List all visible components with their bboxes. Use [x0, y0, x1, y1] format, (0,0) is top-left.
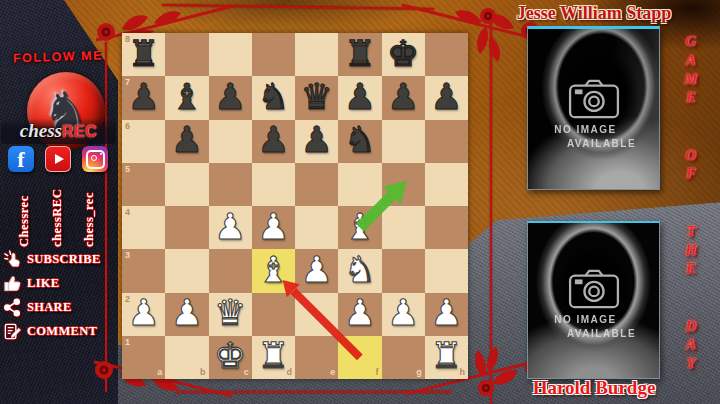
- white-pawn-g2[interactable]: ♟: [382, 292, 425, 335]
- player-name-top: Jesse William Stapp: [488, 3, 700, 24]
- click-hand-icon: [3, 250, 22, 269]
- black-knight-f6[interactable]: ♞: [338, 119, 381, 162]
- square-c4[interactable]: ♟: [209, 206, 252, 249]
- black-pawn-b6[interactable]: ♟: [165, 119, 208, 162]
- square-d4[interactable]: ♟: [252, 206, 295, 249]
- square-d7[interactable]: ♞: [252, 76, 295, 119]
- white-king-c1[interactable]: ♚: [209, 335, 252, 378]
- white-pawn-h2[interactable]: ♟: [425, 292, 468, 335]
- caption-letter: F: [686, 166, 696, 182]
- white-rook-d1[interactable]: ♜: [252, 335, 295, 378]
- chess-board: 8♜♜♚7♟♝♟♞♛♟♟♟6♟♟♟♞54♟♟♝3♝♟♞2♟♟♛♟♟♟1abc♚d…: [122, 33, 468, 379]
- instagram-icon[interactable]: [82, 146, 108, 172]
- cta-list: SUBSCRIBE LIKE SHARE: [3, 250, 101, 341]
- black-bishop-b7[interactable]: ♝: [165, 75, 208, 118]
- white-bishop-d3[interactable]: ♝: [252, 248, 295, 291]
- square-e7[interactable]: ♛: [295, 76, 338, 119]
- square-a5[interactable]: 5: [122, 163, 165, 206]
- wordmark-rec: REC: [62, 123, 97, 140]
- square-b2[interactable]: ♟: [165, 293, 208, 336]
- square-g5[interactable]: [382, 163, 425, 206]
- no-image-text: NO IMAGE: [554, 124, 617, 135]
- black-pawn-e6[interactable]: ♟: [295, 119, 338, 162]
- white-rook-h1[interactable]: ♜: [425, 335, 468, 378]
- caption-letter: M: [684, 72, 697, 88]
- square-e1[interactable]: e: [295, 336, 338, 379]
- square-c1[interactable]: c♚: [209, 336, 252, 379]
- facebook-handle: Chessrec: [17, 173, 32, 247]
- wordmark-chess: chess: [20, 120, 62, 141]
- square-f4[interactable]: ♝: [338, 206, 381, 249]
- caption-letter: D: [686, 319, 697, 335]
- caption-word: THE: [685, 224, 697, 277]
- square-d2[interactable]: [252, 293, 295, 336]
- square-g2[interactable]: ♟: [382, 293, 425, 336]
- square-f1[interactable]: f: [338, 336, 381, 379]
- caption-word: DAY: [686, 319, 697, 372]
- rank-label: 3: [125, 251, 130, 260]
- square-g6[interactable]: [382, 120, 425, 163]
- square-e5[interactable]: [295, 163, 338, 206]
- square-a2[interactable]: 2♟: [122, 293, 165, 336]
- square-a1[interactable]: 1a: [122, 336, 165, 379]
- facebook-icon[interactable]: f: [8, 146, 34, 172]
- no-image-text: AVAILABLE: [567, 138, 636, 149]
- square-h1[interactable]: h♜: [425, 336, 468, 379]
- square-c3[interactable]: [209, 249, 252, 292]
- instagram-handle: chess_rec: [82, 173, 97, 247]
- square-d5[interactable]: [252, 163, 295, 206]
- game-of-the-day-caption: GAMEOFTHEDAY: [677, 34, 705, 372]
- black-pawn-h7[interactable]: ♟: [425, 75, 468, 118]
- rank-label: 5: [125, 165, 130, 174]
- square-h7[interactable]: ♟: [425, 76, 468, 119]
- caption-letter: A: [686, 53, 696, 69]
- square-b5[interactable]: [165, 163, 208, 206]
- black-pawn-d6[interactable]: ♟: [252, 119, 295, 162]
- square-h3[interactable]: [425, 249, 468, 292]
- square-h4[interactable]: [425, 206, 468, 249]
- caption-letter: A: [686, 337, 696, 353]
- white-pawn-a2[interactable]: ♟: [122, 292, 165, 335]
- square-b6[interactable]: ♟: [165, 120, 208, 163]
- black-pawn-a7[interactable]: ♟: [122, 75, 165, 118]
- black-rook-a8[interactable]: ♜: [122, 32, 165, 75]
- camera-icon: [567, 77, 621, 121]
- square-d6[interactable]: ♟: [252, 120, 295, 163]
- square-c6[interactable]: [209, 120, 252, 163]
- file-label: b: [200, 368, 206, 377]
- file-label: e: [330, 368, 335, 377]
- square-f6[interactable]: ♞: [338, 120, 381, 163]
- black-rook-f8[interactable]: ♜: [338, 32, 381, 75]
- square-h8[interactable]: [425, 33, 468, 76]
- square-f7[interactable]: ♟: [338, 76, 381, 119]
- share-button[interactable]: SHARE: [3, 298, 101, 317]
- white-pawn-c4[interactable]: ♟: [209, 205, 252, 248]
- rank-label: 1: [125, 338, 130, 347]
- channel-wordmark: chessREC: [1, 118, 116, 144]
- square-a6[interactable]: 6: [122, 120, 165, 163]
- player-photo-bottom: NO IMAGE AVAILABLE: [527, 221, 660, 379]
- square-g8[interactable]: ♚: [382, 33, 425, 76]
- white-pawn-b2[interactable]: ♟: [165, 292, 208, 335]
- file-label: g: [416, 368, 422, 377]
- comment-button[interactable]: COMMENT: [3, 322, 101, 341]
- youtube-icon[interactable]: [45, 146, 71, 172]
- square-b7[interactable]: ♝: [165, 76, 208, 119]
- square-c7[interactable]: ♟: [209, 76, 252, 119]
- square-d8[interactable]: [252, 33, 295, 76]
- square-g4[interactable]: [382, 206, 425, 249]
- rank-label: 4: [125, 208, 130, 217]
- square-b1[interactable]: b: [165, 336, 208, 379]
- caption-letter: G: [686, 34, 697, 50]
- white-pawn-d4[interactable]: ♟: [252, 205, 295, 248]
- caption-letter: T: [686, 224, 695, 240]
- camera-icon: [567, 267, 621, 311]
- square-a7[interactable]: 7♟: [122, 76, 165, 119]
- square-h6[interactable]: [425, 120, 468, 163]
- thumbnail-stage: FOLLOW ME ♞ chessREC f Chessrec chessREC…: [0, 0, 720, 404]
- square-a3[interactable]: 3: [122, 249, 165, 292]
- square-a4[interactable]: 4: [122, 206, 165, 249]
- square-c2[interactable]: ♛: [209, 293, 252, 336]
- white-pawn-f2[interactable]: ♟: [338, 292, 381, 335]
- white-bishop-f4[interactable]: ♝: [338, 205, 381, 248]
- black-pawn-g7[interactable]: ♟: [382, 75, 425, 118]
- white-queen-c2[interactable]: ♛: [209, 292, 252, 335]
- square-c5[interactable]: [209, 163, 252, 206]
- square-b8[interactable]: [165, 33, 208, 76]
- square-h2[interactable]: ♟: [425, 293, 468, 336]
- square-g3[interactable]: [382, 249, 425, 292]
- rank-label: 6: [125, 122, 130, 131]
- white-pawn-e3[interactable]: ♟: [295, 248, 338, 291]
- square-e4[interactable]: [295, 206, 338, 249]
- square-g1[interactable]: g: [382, 336, 425, 379]
- social-icons-row: f: [6, 146, 110, 172]
- square-c8[interactable]: [209, 33, 252, 76]
- caption-word: GAME: [684, 34, 697, 106]
- subscribe-button[interactable]: SUBSCRIBE: [3, 250, 101, 269]
- player-name-bottom: Harold Burdge: [488, 377, 700, 399]
- square-h5[interactable]: [425, 163, 468, 206]
- no-image-text: NO IMAGE: [554, 314, 617, 325]
- square-e8[interactable]: [295, 33, 338, 76]
- square-b3[interactable]: [165, 249, 208, 292]
- comment-pencil-icon: [3, 322, 22, 341]
- caption-letter: E: [686, 261, 696, 277]
- white-knight-f3[interactable]: ♞: [338, 248, 381, 291]
- square-f2[interactable]: ♟: [338, 293, 381, 336]
- square-e3[interactable]: ♟: [295, 249, 338, 292]
- square-f5[interactable]: [338, 163, 381, 206]
- black-queen-e7[interactable]: ♛: [295, 75, 338, 118]
- share-nodes-icon: [3, 298, 22, 317]
- square-e2[interactable]: [295, 293, 338, 336]
- black-knight-d7[interactable]: ♞: [252, 75, 295, 118]
- square-g7[interactable]: ♟: [382, 76, 425, 119]
- square-d3[interactable]: ♝: [252, 249, 295, 292]
- square-f8[interactable]: ♜: [338, 33, 381, 76]
- black-pawn-c7[interactable]: ♟: [209, 75, 252, 118]
- black-pawn-f7[interactable]: ♟: [338, 75, 381, 118]
- square-a8[interactable]: 8♜: [122, 33, 165, 76]
- file-label: a: [157, 368, 162, 377]
- caption-word: OF: [686, 148, 697, 183]
- black-king-g8[interactable]: ♚: [382, 32, 425, 75]
- square-b4[interactable]: [165, 206, 208, 249]
- file-label: f: [376, 368, 379, 377]
- square-e6[interactable]: ♟: [295, 120, 338, 163]
- no-image-text: AVAILABLE: [567, 328, 636, 339]
- caption-letter: O: [686, 148, 697, 164]
- caption-letter: H: [685, 243, 697, 259]
- social-handles: Chessrec chessREC chess_rec: [0, 173, 114, 247]
- square-d1[interactable]: d♜: [252, 336, 295, 379]
- caption-letter: Y: [686, 356, 695, 372]
- youtube-handle: chessREC: [50, 173, 65, 247]
- square-f3[interactable]: ♞: [338, 249, 381, 292]
- player-photo-top: NO IMAGE AVAILABLE: [527, 26, 660, 190]
- thumbs-up-icon: [3, 274, 22, 293]
- like-button[interactable]: LIKE: [3, 274, 101, 293]
- caption-letter: E: [686, 90, 696, 106]
